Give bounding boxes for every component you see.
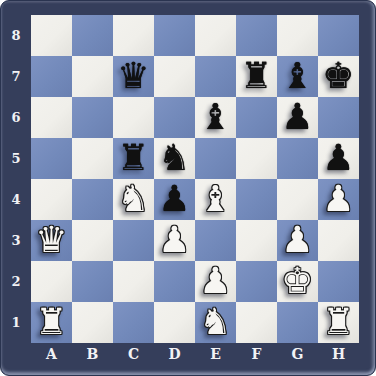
square-f5[interactable]: [236, 138, 277, 179]
square-h3[interactable]: [318, 220, 359, 261]
file-label-f: F: [236, 344, 277, 366]
file-labels: ABCDEFGH: [31, 344, 359, 366]
chess-board: ♛♜♝♚♝♟♜♞♟♞♟♝♟♛♟♟♟♚♜♞♜: [31, 15, 359, 343]
square-a6[interactable]: [31, 97, 72, 138]
board-frame: 87654321 ♛♜♝♚♝♟♜♞♟♞♟♝♟♛♟♟♟♚♜♞♜ ABCDEFGH: [0, 0, 376, 376]
white-pawn[interactable]: ♟: [318, 179, 359, 220]
black-king[interactable]: ♚: [318, 56, 359, 97]
square-b1[interactable]: [72, 302, 113, 343]
square-e1[interactable]: ♞: [195, 302, 236, 343]
square-e2[interactable]: ♟: [195, 261, 236, 302]
file-label-b: B: [72, 344, 113, 366]
square-f4[interactable]: [236, 179, 277, 220]
square-e4[interactable]: ♝: [195, 179, 236, 220]
black-bishop[interactable]: ♝: [277, 56, 318, 97]
square-b3[interactable]: [72, 220, 113, 261]
square-a7[interactable]: [31, 56, 72, 97]
white-pawn[interactable]: ♟: [277, 220, 318, 261]
square-b5[interactable]: [72, 138, 113, 179]
square-c6[interactable]: [113, 97, 154, 138]
square-d6[interactable]: [154, 97, 195, 138]
rank-labels: 87654321: [1, 15, 31, 343]
rank-label-6: 6: [1, 97, 31, 138]
square-g4[interactable]: [277, 179, 318, 220]
square-h2[interactable]: [318, 261, 359, 302]
square-c7[interactable]: ♛: [113, 56, 154, 97]
square-d2[interactable]: [154, 261, 195, 302]
rank-label-4: 4: [1, 179, 31, 220]
file-label-h: H: [318, 344, 359, 366]
white-knight[interactable]: ♞: [195, 302, 236, 343]
square-f1[interactable]: [236, 302, 277, 343]
white-knight[interactable]: ♞: [113, 179, 154, 220]
square-h8[interactable]: [318, 15, 359, 56]
square-b6[interactable]: [72, 97, 113, 138]
square-b2[interactable]: [72, 261, 113, 302]
white-king[interactable]: ♚: [277, 261, 318, 302]
square-a5[interactable]: [31, 138, 72, 179]
black-queen[interactable]: ♛: [113, 56, 154, 97]
square-b4[interactable]: [72, 179, 113, 220]
square-a4[interactable]: [31, 179, 72, 220]
rank-label-7: 7: [1, 56, 31, 97]
rank-label-8: 8: [1, 15, 31, 56]
black-pawn[interactable]: ♟: [318, 138, 359, 179]
white-bishop[interactable]: ♝: [195, 179, 236, 220]
rank-label-2: 2: [1, 261, 31, 302]
square-d4[interactable]: ♟: [154, 179, 195, 220]
square-g7[interactable]: ♝: [277, 56, 318, 97]
black-rook[interactable]: ♜: [113, 138, 154, 179]
square-f8[interactable]: [236, 15, 277, 56]
square-h5[interactable]: ♟: [318, 138, 359, 179]
square-a2[interactable]: [31, 261, 72, 302]
square-c5[interactable]: ♜: [113, 138, 154, 179]
square-d5[interactable]: ♞: [154, 138, 195, 179]
square-h1[interactable]: ♜: [318, 302, 359, 343]
square-g8[interactable]: [277, 15, 318, 56]
square-f6[interactable]: [236, 97, 277, 138]
square-b7[interactable]: [72, 56, 113, 97]
square-c8[interactable]: [113, 15, 154, 56]
square-d1[interactable]: [154, 302, 195, 343]
square-h6[interactable]: [318, 97, 359, 138]
square-a3[interactable]: ♛: [31, 220, 72, 261]
square-d8[interactable]: [154, 15, 195, 56]
file-label-c: C: [113, 344, 154, 366]
square-d3[interactable]: ♟: [154, 220, 195, 261]
square-h4[interactable]: ♟: [318, 179, 359, 220]
square-c4[interactable]: ♞: [113, 179, 154, 220]
white-rook[interactable]: ♜: [31, 302, 72, 343]
square-f3[interactable]: [236, 220, 277, 261]
square-a8[interactable]: [31, 15, 72, 56]
square-c3[interactable]: [113, 220, 154, 261]
square-f7[interactable]: ♜: [236, 56, 277, 97]
square-d7[interactable]: [154, 56, 195, 97]
square-h7[interactable]: ♚: [318, 56, 359, 97]
file-label-g: G: [277, 344, 318, 366]
black-bishop[interactable]: ♝: [195, 97, 236, 138]
square-e6[interactable]: ♝: [195, 97, 236, 138]
rank-label-3: 3: [1, 220, 31, 261]
black-pawn[interactable]: ♟: [277, 97, 318, 138]
square-a1[interactable]: ♜: [31, 302, 72, 343]
square-e8[interactable]: [195, 15, 236, 56]
square-c2[interactable]: [113, 261, 154, 302]
square-b8[interactable]: [72, 15, 113, 56]
white-rook[interactable]: ♜: [318, 302, 359, 343]
square-g5[interactable]: [277, 138, 318, 179]
file-label-e: E: [195, 344, 236, 366]
file-label-d: D: [154, 344, 195, 366]
rank-label-1: 1: [1, 302, 31, 343]
black-rook[interactable]: ♜: [236, 56, 277, 97]
black-knight[interactable]: ♞: [154, 138, 195, 179]
square-e7[interactable]: [195, 56, 236, 97]
white-pawn[interactable]: ♟: [195, 261, 236, 302]
square-f2[interactable]: [236, 261, 277, 302]
rank-label-5: 5: [1, 138, 31, 179]
white-queen[interactable]: ♛: [31, 220, 72, 261]
square-e3[interactable]: [195, 220, 236, 261]
square-e5[interactable]: [195, 138, 236, 179]
square-g3[interactable]: ♟: [277, 220, 318, 261]
white-pawn[interactable]: ♟: [154, 220, 195, 261]
file-label-a: A: [31, 344, 72, 366]
square-c1[interactable]: [113, 302, 154, 343]
square-g2[interactable]: ♚: [277, 261, 318, 302]
black-pawn[interactable]: ♟: [154, 179, 195, 220]
square-g1[interactable]: [277, 302, 318, 343]
square-g6[interactable]: ♟: [277, 97, 318, 138]
